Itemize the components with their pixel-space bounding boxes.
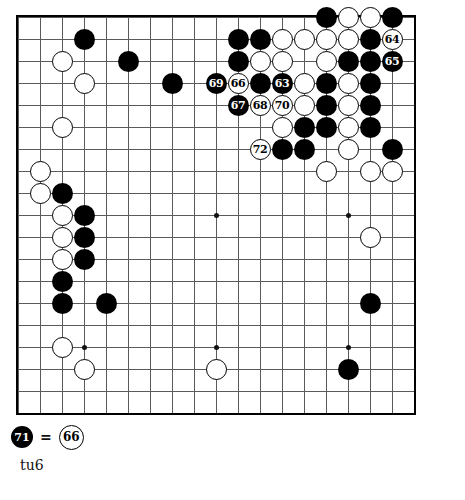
intersection	[51, 204, 73, 226]
intersection	[359, 138, 381, 160]
intersection	[359, 72, 381, 94]
black-stone-63: 63	[272, 73, 293, 94]
black-stone	[360, 293, 381, 314]
intersection	[7, 6, 29, 28]
intersection	[227, 116, 249, 138]
intersection	[271, 358, 293, 380]
intersection	[183, 182, 205, 204]
black-stone	[382, 7, 403, 28]
black-stone-69: 69	[206, 73, 227, 94]
intersection	[403, 204, 425, 226]
intersection	[337, 160, 359, 182]
intersection	[161, 248, 183, 270]
diagram-page: 646569666367687072 71 = 66 tu6	[0, 0, 465, 500]
white-stone-64: 64	[382, 29, 403, 50]
intersection	[337, 380, 359, 402]
white-stone	[338, 73, 359, 94]
intersection	[73, 336, 95, 358]
intersection	[73, 358, 95, 380]
black-stone	[272, 139, 293, 160]
intersection	[161, 94, 183, 116]
white-stone	[360, 7, 381, 28]
intersection: 66	[227, 72, 249, 94]
intersection	[271, 50, 293, 72]
intersection	[403, 270, 425, 292]
intersection	[7, 336, 29, 358]
intersection	[359, 116, 381, 138]
intersection	[117, 72, 139, 94]
intersection	[359, 94, 381, 116]
intersection	[51, 402, 73, 424]
white-stone-70: 70	[272, 95, 293, 116]
intersection: 63	[271, 72, 293, 94]
intersection	[95, 160, 117, 182]
intersection	[271, 138, 293, 160]
intersection	[51, 314, 73, 336]
intersection	[293, 226, 315, 248]
intersection	[29, 270, 51, 292]
intersection	[249, 160, 271, 182]
intersection	[337, 138, 359, 160]
intersection	[271, 270, 293, 292]
intersection	[139, 28, 161, 50]
intersection	[249, 292, 271, 314]
intersection	[293, 50, 315, 72]
intersection	[139, 94, 161, 116]
white-stone	[272, 117, 293, 138]
intersection	[271, 292, 293, 314]
intersection	[95, 270, 117, 292]
intersection	[293, 204, 315, 226]
intersection	[117, 358, 139, 380]
intersection	[403, 358, 425, 380]
intersection	[249, 402, 271, 424]
intersection	[73, 72, 95, 94]
board-grid: 646569666367687072	[7, 6, 425, 424]
intersection	[117, 28, 139, 50]
intersection	[403, 380, 425, 402]
intersection	[51, 94, 73, 116]
intersection	[95, 358, 117, 380]
star-point	[346, 345, 351, 350]
intersection	[403, 402, 425, 424]
intersection	[139, 182, 161, 204]
intersection	[315, 72, 337, 94]
intersection	[403, 138, 425, 160]
intersection	[7, 358, 29, 380]
intersection	[73, 402, 95, 424]
intersection	[161, 72, 183, 94]
black-stone	[360, 51, 381, 72]
intersection	[337, 50, 359, 72]
intersection	[117, 402, 139, 424]
intersection	[227, 6, 249, 28]
black-stone	[316, 117, 337, 138]
intersection	[183, 160, 205, 182]
intersection	[29, 336, 51, 358]
intersection	[117, 270, 139, 292]
intersection	[359, 270, 381, 292]
intersection	[7, 204, 29, 226]
intersection	[117, 116, 139, 138]
intersection	[139, 292, 161, 314]
intersection	[73, 6, 95, 28]
intersection	[7, 226, 29, 248]
intersection	[7, 116, 29, 138]
intersection	[249, 358, 271, 380]
intersection	[337, 226, 359, 248]
black-stone	[52, 183, 73, 204]
intersection: 72	[249, 138, 271, 160]
intersection	[73, 94, 95, 116]
intersection	[161, 336, 183, 358]
intersection	[403, 314, 425, 336]
intersection	[205, 28, 227, 50]
intersection	[139, 248, 161, 270]
intersection	[73, 28, 95, 50]
intersection	[205, 358, 227, 380]
white-stone-68: 68	[250, 95, 271, 116]
intersection	[227, 248, 249, 270]
intersection	[293, 402, 315, 424]
intersection	[117, 50, 139, 72]
intersection	[403, 94, 425, 116]
intersection	[359, 358, 381, 380]
intersection	[315, 116, 337, 138]
intersection	[359, 160, 381, 182]
intersection	[271, 314, 293, 336]
white-stone	[52, 205, 73, 226]
intersection	[161, 402, 183, 424]
intersection	[271, 28, 293, 50]
black-stone-65: 65	[382, 51, 403, 72]
intersection	[95, 28, 117, 50]
intersection	[249, 28, 271, 50]
intersection	[183, 358, 205, 380]
intersection	[205, 226, 227, 248]
white-stone	[52, 227, 73, 248]
intersection	[359, 182, 381, 204]
intersection	[381, 314, 403, 336]
black-stone	[360, 29, 381, 50]
intersection	[73, 292, 95, 314]
white-stone	[52, 51, 73, 72]
white-stone	[316, 29, 337, 50]
intersection	[381, 138, 403, 160]
intersection	[7, 182, 29, 204]
white-stone	[30, 183, 51, 204]
intersection	[293, 6, 315, 28]
intersection	[29, 160, 51, 182]
black-stone	[250, 29, 271, 50]
intersection	[95, 226, 117, 248]
intersection	[271, 402, 293, 424]
intersection	[183, 50, 205, 72]
intersection	[183, 380, 205, 402]
intersection	[117, 226, 139, 248]
black-stone	[294, 139, 315, 160]
intersection: 70	[271, 94, 293, 116]
intersection	[161, 182, 183, 204]
intersection	[381, 336, 403, 358]
intersection	[95, 50, 117, 72]
intersection: 64	[381, 28, 403, 50]
intersection	[73, 204, 95, 226]
intersection	[183, 116, 205, 138]
intersection	[249, 204, 271, 226]
intersection	[183, 292, 205, 314]
intersection: 69	[205, 72, 227, 94]
intersection	[315, 94, 337, 116]
intersection	[271, 6, 293, 28]
intersection	[205, 380, 227, 402]
intersection	[29, 116, 51, 138]
intersection	[7, 248, 29, 270]
intersection	[293, 380, 315, 402]
intersection	[227, 358, 249, 380]
black-stone	[360, 73, 381, 94]
intersection	[117, 336, 139, 358]
intersection	[139, 226, 161, 248]
intersection	[403, 160, 425, 182]
white-stone	[338, 29, 359, 50]
intersection	[205, 248, 227, 270]
intersection	[315, 50, 337, 72]
intersection	[73, 226, 95, 248]
black-stone	[52, 293, 73, 314]
intersection	[381, 94, 403, 116]
intersection	[183, 6, 205, 28]
intersection	[7, 138, 29, 160]
black-stone	[360, 95, 381, 116]
intersection	[95, 138, 117, 160]
intersection	[249, 270, 271, 292]
intersection	[359, 402, 381, 424]
black-stone	[96, 293, 117, 314]
white-stone	[52, 337, 73, 358]
black-stone	[316, 95, 337, 116]
intersection	[403, 50, 425, 72]
black-stone	[382, 139, 403, 160]
intersection	[359, 6, 381, 28]
intersection	[337, 248, 359, 270]
black-stone	[250, 73, 271, 94]
intersection	[315, 28, 337, 50]
intersection	[95, 336, 117, 358]
intersection	[29, 138, 51, 160]
intersection	[381, 204, 403, 226]
intersection	[117, 138, 139, 160]
intersection	[117, 248, 139, 270]
intersection	[117, 160, 139, 182]
intersection	[359, 28, 381, 50]
intersection	[95, 248, 117, 270]
intersection	[337, 6, 359, 28]
intersection	[73, 248, 95, 270]
intersection	[117, 314, 139, 336]
intersection	[249, 116, 271, 138]
intersection	[271, 182, 293, 204]
black-stone	[74, 249, 95, 270]
intersection	[95, 94, 117, 116]
intersection	[337, 72, 359, 94]
intersection	[95, 380, 117, 402]
intersection	[7, 402, 29, 424]
white-stone	[360, 227, 381, 248]
intersection	[227, 380, 249, 402]
intersection	[161, 270, 183, 292]
intersection	[315, 358, 337, 380]
white-stone-66: 66	[228, 73, 249, 94]
intersection	[7, 72, 29, 94]
intersection	[293, 358, 315, 380]
intersection	[29, 50, 51, 72]
black-stone	[74, 227, 95, 248]
figure-label: tu6	[20, 457, 44, 473]
intersection	[117, 182, 139, 204]
intersection	[183, 336, 205, 358]
intersection	[293, 270, 315, 292]
intersection	[183, 402, 205, 424]
intersection	[95, 72, 117, 94]
intersection	[139, 116, 161, 138]
intersection	[227, 182, 249, 204]
intersection	[381, 248, 403, 270]
intersection	[51, 270, 73, 292]
intersection	[381, 6, 403, 28]
intersection	[227, 204, 249, 226]
intersection	[51, 50, 73, 72]
intersection	[161, 226, 183, 248]
intersection	[51, 380, 73, 402]
intersection	[337, 270, 359, 292]
intersection	[227, 28, 249, 50]
star-point	[214, 213, 219, 218]
intersection	[51, 292, 73, 314]
intersection	[161, 204, 183, 226]
intersection	[73, 270, 95, 292]
intersection	[95, 314, 117, 336]
intersection	[7, 50, 29, 72]
intersection	[183, 314, 205, 336]
black-stone	[162, 73, 183, 94]
intersection	[293, 336, 315, 358]
intersection	[271, 336, 293, 358]
intersection	[205, 160, 227, 182]
intersection	[7, 292, 29, 314]
intersection	[315, 160, 337, 182]
white-stone	[338, 139, 359, 160]
white-stone	[294, 73, 315, 94]
intersection	[51, 28, 73, 50]
intersection	[7, 270, 29, 292]
intersection	[161, 50, 183, 72]
white-stone	[294, 95, 315, 116]
white-stone	[294, 29, 315, 50]
intersection	[293, 292, 315, 314]
intersection	[315, 6, 337, 28]
intersection	[249, 248, 271, 270]
intersection	[73, 160, 95, 182]
intersection	[293, 314, 315, 336]
intersection	[139, 358, 161, 380]
intersection	[95, 402, 117, 424]
black-stone	[360, 117, 381, 138]
intersection	[73, 182, 95, 204]
white-stone	[272, 51, 293, 72]
intersection	[73, 380, 95, 402]
intersection	[381, 380, 403, 402]
intersection	[337, 94, 359, 116]
intersection	[7, 160, 29, 182]
intersection	[117, 380, 139, 402]
intersection	[249, 226, 271, 248]
intersection	[29, 358, 51, 380]
intersection	[29, 72, 51, 94]
intersection	[271, 160, 293, 182]
intersection	[205, 402, 227, 424]
star-point	[346, 213, 351, 218]
intersection	[205, 116, 227, 138]
intersection	[337, 182, 359, 204]
intersection	[7, 28, 29, 50]
intersection	[403, 292, 425, 314]
intersection	[51, 182, 73, 204]
caption-black-stone-71: 71	[11, 426, 33, 448]
intersection	[293, 138, 315, 160]
intersection	[381, 160, 403, 182]
intersection	[51, 336, 73, 358]
intersection	[29, 292, 51, 314]
intersection	[117, 292, 139, 314]
white-stone	[338, 95, 359, 116]
black-stone	[74, 205, 95, 226]
intersection	[337, 358, 359, 380]
intersection	[139, 314, 161, 336]
intersection	[95, 292, 117, 314]
intersection	[73, 116, 95, 138]
intersection	[29, 248, 51, 270]
intersection	[205, 138, 227, 160]
intersection	[271, 226, 293, 248]
intersection	[381, 270, 403, 292]
intersection	[205, 204, 227, 226]
star-point	[214, 345, 219, 350]
intersection	[249, 336, 271, 358]
intersection	[293, 28, 315, 50]
intersection	[183, 204, 205, 226]
intersection	[249, 182, 271, 204]
intersection	[139, 380, 161, 402]
intersection	[359, 226, 381, 248]
intersection	[315, 138, 337, 160]
black-stone	[228, 29, 249, 50]
intersection	[227, 50, 249, 72]
black-stone	[228, 51, 249, 72]
intersection	[7, 380, 29, 402]
intersection	[337, 204, 359, 226]
intersection	[51, 160, 73, 182]
white-stone-72: 72	[250, 139, 271, 160]
intersection	[51, 358, 73, 380]
intersection	[359, 292, 381, 314]
intersection	[293, 116, 315, 138]
intersection	[403, 226, 425, 248]
intersection	[95, 116, 117, 138]
equals-sign: =	[40, 429, 52, 445]
intersection	[161, 380, 183, 402]
intersection	[29, 402, 51, 424]
